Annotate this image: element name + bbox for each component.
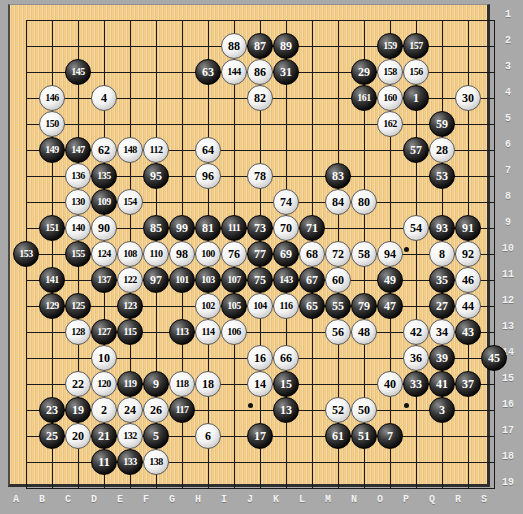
black-stone[interactable]: 95 — [143, 163, 169, 189]
column-label: G — [159, 494, 185, 506]
white-stone[interactable]: 8 — [429, 241, 455, 267]
white-stone[interactable]: 122 — [117, 267, 143, 293]
black-stone[interactable]: 155 — [65, 241, 91, 267]
row-label: 19 — [496, 478, 520, 488]
black-stone[interactable]: 109 — [91, 189, 117, 215]
black-stone[interactable]: 147 — [65, 137, 91, 163]
black-stone[interactable]: 15 — [273, 371, 299, 397]
black-stone[interactable]: 37 — [455, 371, 481, 397]
black-stone[interactable]: 25 — [39, 423, 65, 449]
black-stone[interactable]: 19 — [65, 397, 91, 423]
black-stone[interactable]: 91 — [455, 215, 481, 241]
black-stone[interactable]: 153 — [13, 241, 39, 267]
black-stone[interactable]: 143 — [273, 267, 299, 293]
white-stone[interactable]: 86 — [247, 59, 273, 85]
black-stone[interactable]: 79 — [351, 293, 377, 319]
black-stone[interactable]: 73 — [247, 215, 273, 241]
black-stone[interactable]: 3 — [429, 397, 455, 423]
white-stone[interactable]: 16 — [247, 345, 273, 371]
black-stone[interactable]: 159 — [377, 33, 403, 59]
white-stone[interactable]: 82 — [247, 85, 273, 111]
white-stone[interactable]: 158 — [377, 59, 403, 85]
black-stone[interactable]: 101 — [169, 267, 195, 293]
white-stone[interactable]: 24 — [117, 397, 143, 423]
column-label: A — [3, 494, 29, 506]
column-label: I — [211, 494, 237, 506]
white-stone[interactable]: 56 — [325, 319, 351, 345]
white-stone[interactable]: 136 — [65, 163, 91, 189]
black-stone[interactable]: 21 — [91, 423, 117, 449]
black-stone[interactable]: 161 — [351, 85, 377, 111]
go-board[interactable]: 1234567891011131415161718192021222324252… — [8, 4, 490, 487]
white-stone[interactable]: 98 — [169, 241, 195, 267]
black-stone[interactable]: 23 — [39, 397, 65, 423]
white-stone[interactable]: 14 — [247, 371, 273, 397]
black-stone[interactable]: 9 — [143, 371, 169, 397]
row-label: 3 — [496, 62, 520, 72]
black-stone[interactable]: 47 — [377, 293, 403, 319]
black-stone[interactable]: 157 — [403, 33, 429, 59]
black-stone[interactable]: 27 — [429, 293, 455, 319]
black-stone[interactable]: 13 — [273, 397, 299, 423]
column-label: D — [81, 494, 107, 506]
column-label: R — [445, 494, 471, 506]
black-stone[interactable]: 69 — [273, 241, 299, 267]
stones-grid: 1234567891011131415161718192021222324252… — [13, 7, 507, 501]
white-stone[interactable]: 26 — [143, 397, 169, 423]
black-stone[interactable]: 83 — [325, 163, 351, 189]
black-stone[interactable]: 53 — [429, 163, 455, 189]
white-stone[interactable]: 102 — [195, 293, 221, 319]
black-stone[interactable]: 137 — [91, 267, 117, 293]
white-stone[interactable]: 28 — [429, 137, 455, 163]
white-stone[interactable]: 110 — [143, 241, 169, 267]
white-stone[interactable]: 104 — [247, 293, 273, 319]
black-stone[interactable]: 35 — [429, 267, 455, 293]
row-label: 11 — [496, 270, 520, 280]
black-stone[interactable]: 57 — [403, 137, 429, 163]
white-stone[interactable]: 60 — [325, 267, 351, 293]
black-stone[interactable]: 149 — [39, 137, 65, 163]
white-stone[interactable]: 48 — [351, 319, 377, 345]
white-stone[interactable]: 34 — [429, 319, 455, 345]
black-stone[interactable]: 7 — [377, 423, 403, 449]
white-stone[interactable]: 2 — [91, 397, 117, 423]
white-stone[interactable]: 42 — [403, 319, 429, 345]
black-stone[interactable]: 61 — [325, 423, 351, 449]
black-stone[interactable]: 77 — [247, 241, 273, 267]
white-stone[interactable]: 58 — [351, 241, 377, 267]
row-label: 13 — [496, 322, 520, 332]
white-stone[interactable]: 20 — [65, 423, 91, 449]
white-stone[interactable]: 96 — [195, 163, 221, 189]
black-stone[interactable]: 17 — [247, 423, 273, 449]
white-stone[interactable]: 112 — [143, 137, 169, 163]
white-stone[interactable]: 124 — [91, 241, 117, 267]
row-label: 4 — [496, 88, 520, 98]
column-label: H — [185, 494, 211, 506]
column-label: F — [133, 494, 159, 506]
black-stone[interactable]: 107 — [221, 267, 247, 293]
white-stone[interactable]: 130 — [65, 189, 91, 215]
row-label: 5 — [496, 114, 520, 124]
black-stone[interactable]: 133 — [117, 449, 143, 475]
black-stone[interactable]: 31 — [273, 59, 299, 85]
black-stone[interactable]: 125 — [65, 293, 91, 319]
white-stone[interactable]: 4 — [91, 85, 117, 111]
white-stone[interactable]: 108 — [117, 241, 143, 267]
row-label: 18 — [496, 452, 520, 462]
black-stone[interactable]: 113 — [169, 319, 195, 345]
white-stone[interactable]: 46 — [455, 267, 481, 293]
white-stone[interactable]: 140 — [65, 215, 91, 241]
black-stone[interactable]: 145 — [65, 59, 91, 85]
row-label: 17 — [496, 426, 520, 436]
row-label: 9 — [496, 218, 520, 228]
row-label: 10 — [496, 244, 520, 254]
white-stone[interactable]: 90 — [91, 215, 117, 241]
black-stone[interactable]: 33 — [403, 371, 429, 397]
black-stone[interactable]: 119 — [117, 371, 143, 397]
white-stone[interactable]: 6 — [195, 423, 221, 449]
black-stone[interactable]: 59 — [429, 111, 455, 137]
white-stone[interactable]: 74 — [273, 189, 299, 215]
white-stone[interactable]: 148 — [117, 137, 143, 163]
white-stone[interactable]: 132 — [117, 423, 143, 449]
white-stone[interactable]: 40 — [377, 371, 403, 397]
white-stone[interactable]: 128 — [65, 319, 91, 345]
white-stone[interactable]: 156 — [403, 59, 429, 85]
white-stone[interactable]: 160 — [377, 85, 403, 111]
white-stone[interactable]: 80 — [351, 189, 377, 215]
go-diagram: 1234567891011131415161718192021222324252… — [0, 0, 523, 514]
black-stone[interactable]: 117 — [169, 397, 195, 423]
white-stone[interactable]: 116 — [273, 293, 299, 319]
column-label: N — [341, 494, 367, 506]
column-label: S — [471, 494, 497, 506]
white-stone[interactable]: 144 — [221, 59, 247, 85]
row-label: 2 — [496, 36, 520, 46]
black-stone[interactable]: 55 — [325, 293, 351, 319]
row-label: 15 — [496, 374, 520, 384]
black-stone[interactable]: 5 — [143, 423, 169, 449]
black-stone[interactable]: 67 — [299, 267, 325, 293]
black-stone[interactable]: 103 — [195, 267, 221, 293]
row-label: 7 — [496, 166, 520, 176]
white-stone[interactable]: 36 — [403, 345, 429, 371]
white-stone[interactable]: 92 — [455, 241, 481, 267]
row-label: 1 — [496, 10, 520, 20]
column-label: E — [107, 494, 133, 506]
white-stone[interactable]: 68 — [299, 241, 325, 267]
black-stone[interactable]: 115 — [117, 319, 143, 345]
row-label: 8 — [496, 192, 520, 202]
black-stone[interactable]: 127 — [91, 319, 117, 345]
white-stone[interactable]: 162 — [377, 111, 403, 137]
row-label: 12 — [496, 296, 520, 306]
black-stone[interactable]: 29 — [351, 59, 377, 85]
black-stone[interactable]: 97 — [143, 267, 169, 293]
white-stone[interactable]: 44 — [455, 293, 481, 319]
row-label: 16 — [496, 400, 520, 410]
column-label: B — [29, 494, 55, 506]
black-stone[interactable]: 81 — [195, 215, 221, 241]
black-stone[interactable]: 11 — [91, 449, 117, 475]
white-stone[interactable]: 114 — [195, 319, 221, 345]
column-label: P — [393, 494, 419, 506]
black-stone[interactable]: 87 — [247, 33, 273, 59]
white-stone[interactable]: 100 — [195, 241, 221, 267]
black-stone[interactable]: 129 — [39, 293, 65, 319]
black-stone[interactable]: 123 — [117, 293, 143, 319]
column-label: J — [237, 494, 263, 506]
white-stone[interactable]: 120 — [91, 371, 117, 397]
black-stone[interactable]: 93 — [429, 215, 455, 241]
column-label: L — [289, 494, 315, 506]
white-stone[interactable]: 94 — [377, 241, 403, 267]
white-stone[interactable]: 54 — [403, 215, 429, 241]
black-stone[interactable]: 65 — [299, 293, 325, 319]
column-label: C — [55, 494, 81, 506]
column-label: M — [315, 494, 341, 506]
black-stone[interactable]: 135 — [91, 163, 117, 189]
row-label: 6 — [496, 140, 520, 150]
white-stone[interactable]: 78 — [247, 163, 273, 189]
white-stone[interactable]: 106 — [221, 319, 247, 345]
white-stone[interactable]: 150 — [39, 111, 65, 137]
white-stone[interactable]: 18 — [195, 371, 221, 397]
white-stone[interactable]: 154 — [117, 189, 143, 215]
white-stone[interactable]: 62 — [91, 137, 117, 163]
white-stone[interactable]: 88 — [221, 33, 247, 59]
black-stone[interactable]: 43 — [455, 319, 481, 345]
black-stone[interactable]: 111 — [221, 215, 247, 241]
white-stone[interactable]: 50 — [351, 397, 377, 423]
white-stone[interactable]: 66 — [273, 345, 299, 371]
black-stone[interactable]: 89 — [273, 33, 299, 59]
white-stone[interactable]: 10 — [91, 345, 117, 371]
white-stone[interactable]: 76 — [221, 241, 247, 267]
black-stone[interactable]: 99 — [169, 215, 195, 241]
black-stone[interactable]: 51 — [351, 423, 377, 449]
black-stone[interactable]: 141 — [39, 267, 65, 293]
black-stone[interactable]: 71 — [299, 215, 325, 241]
white-stone[interactable]: 118 — [169, 371, 195, 397]
black-stone[interactable]: 151 — [39, 215, 65, 241]
white-stone[interactable]: 22 — [65, 371, 91, 397]
white-stone[interactable]: 138 — [143, 449, 169, 475]
column-label: K — [263, 494, 289, 506]
black-stone[interactable]: 49 — [377, 267, 403, 293]
white-stone[interactable]: 30 — [455, 85, 481, 111]
black-stone[interactable]: 75 — [247, 267, 273, 293]
black-stone[interactable]: 85 — [143, 215, 169, 241]
white-stone[interactable]: 70 — [273, 215, 299, 241]
white-stone[interactable]: 146 — [39, 85, 65, 111]
black-stone[interactable]: 45 — [481, 345, 507, 371]
black-stone[interactable]: 105 — [221, 293, 247, 319]
white-stone[interactable]: 72 — [325, 241, 351, 267]
black-stone[interactable]: 41 — [429, 371, 455, 397]
white-stone[interactable]: 84 — [325, 189, 351, 215]
white-stone[interactable]: 52 — [325, 397, 351, 423]
black-stone[interactable]: 63 — [195, 59, 221, 85]
white-stone[interactable]: 64 — [195, 137, 221, 163]
black-stone[interactable]: 39 — [429, 345, 455, 371]
black-stone[interactable]: 1 — [403, 85, 429, 111]
column-label: O — [367, 494, 393, 506]
column-label: Q — [419, 494, 445, 506]
